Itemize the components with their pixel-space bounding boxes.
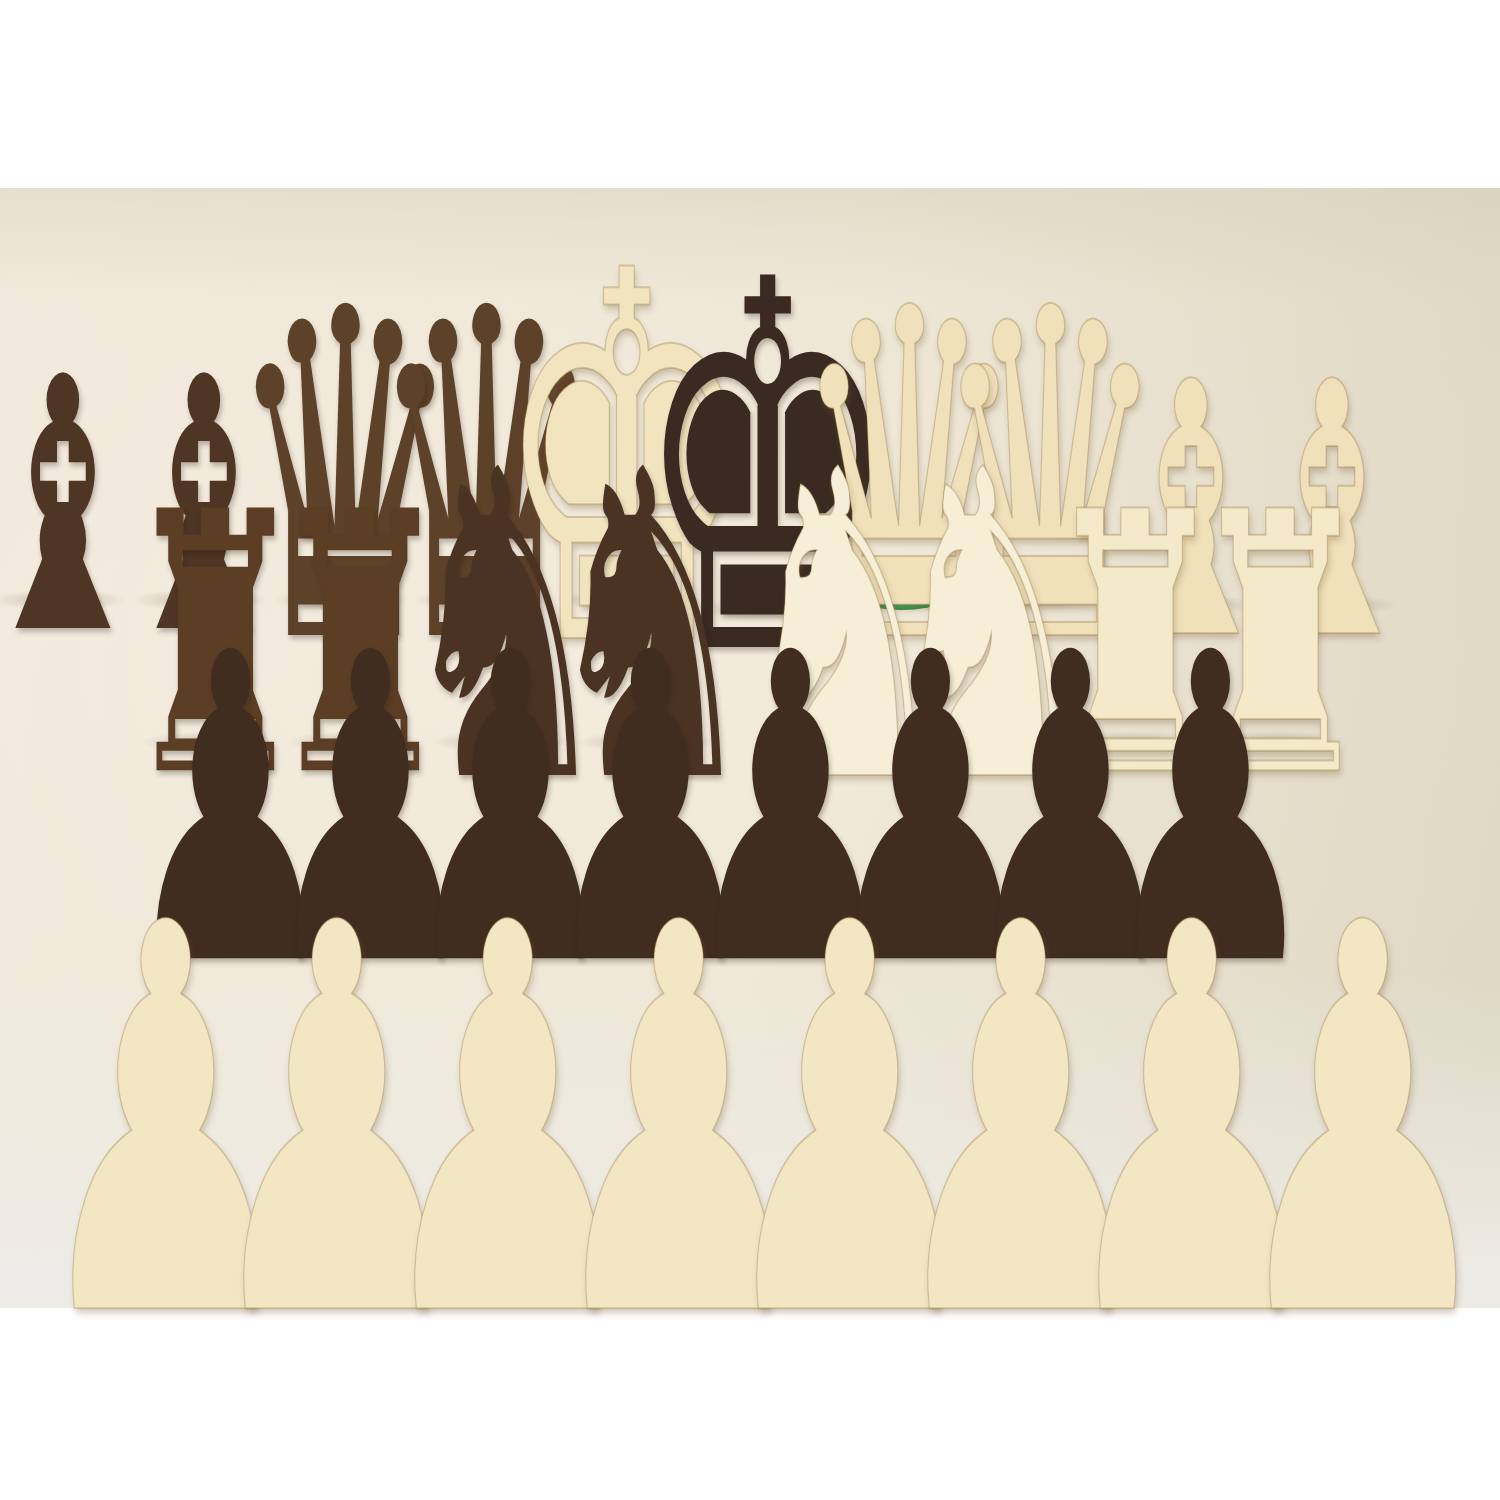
row-light-pawns: ♟ ♟ ♟ ♟ ♟ ♟ ♟ ♟ — [80, 855, 1448, 1272]
light-pawn-8: ♟ — [1277, 855, 1448, 1272]
chess-set-photo-backdrop: ♝ ♝ ♛ ♛ ♚ ♚ ♛ ♛ ♝ ♝ ♜ ♜ ♞ ♞ ♞ ♞ ♜ ♜ ♟ ♟ … — [0, 188, 1500, 1308]
pawn-icon: ♟ — [1223, 855, 1500, 1390]
